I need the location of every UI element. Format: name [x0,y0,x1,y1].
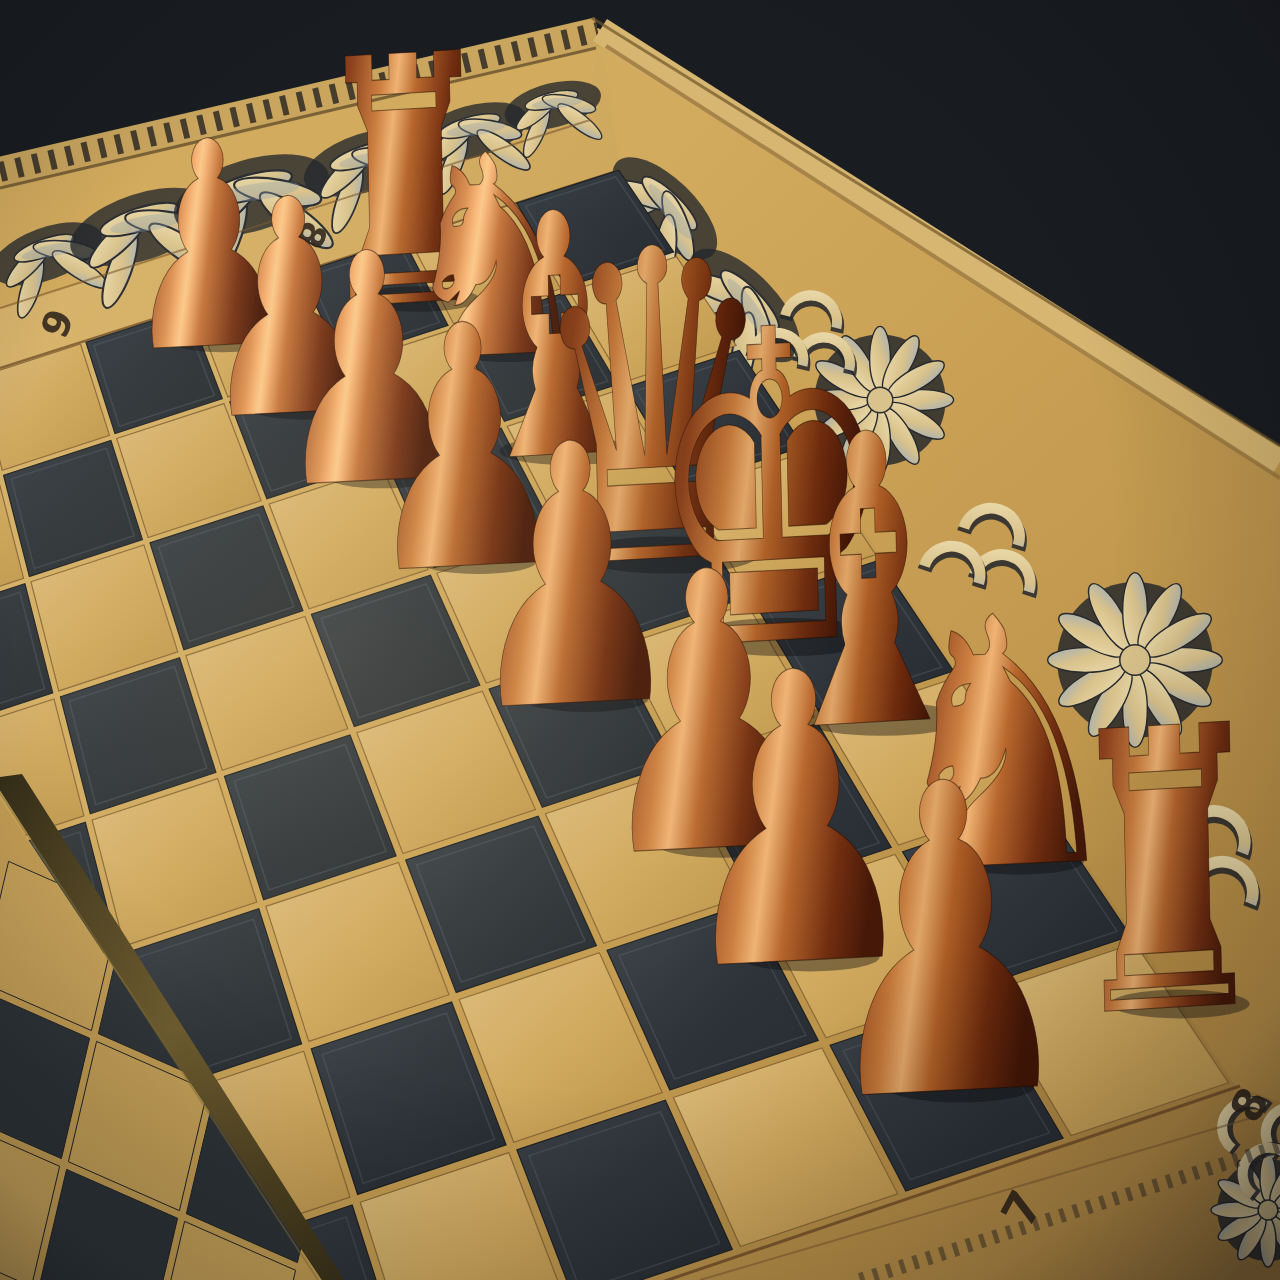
vignette [0,0,1280,1280]
board-photo-scene: 6878♜♟♞♟♝♟♛♟♚♟♝♟♞♟♜♟ [0,0,1280,1280]
chess-board-photo: 6878♜♟♞♟♝♟♛♟♚♟♝♟♞♟♜♟ [0,0,1280,1280]
